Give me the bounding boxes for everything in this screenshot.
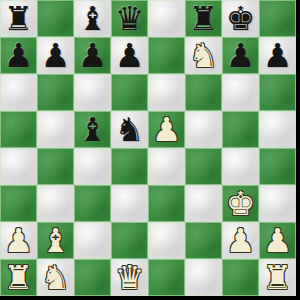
square-a4[interactable] [0, 148, 37, 185]
piece-black-pawn[interactable]: ♟ [78, 37, 108, 74]
square-b1[interactable]: ♞ [37, 259, 74, 296]
square-e5[interactable]: ♟ [148, 111, 185, 148]
piece-white-knight[interactable]: ♞ [41, 259, 71, 296]
piece-white-bishop[interactable]: ♝ [41, 222, 71, 259]
square-a6[interactable] [0, 74, 37, 111]
square-b8[interactable] [37, 0, 74, 37]
piece-black-pawn[interactable]: ♟ [115, 37, 145, 74]
piece-white-pawn[interactable]: ♟ [226, 222, 256, 259]
square-a2[interactable]: ♟ [0, 222, 37, 259]
square-h1[interactable]: ♜ [259, 259, 296, 296]
square-d5[interactable]: ♞ [111, 111, 148, 148]
piece-white-pawn[interactable]: ♟ [4, 222, 34, 259]
square-f1[interactable] [185, 259, 222, 296]
piece-black-pawn[interactable]: ♟ [4, 37, 34, 74]
piece-black-bishop[interactable]: ♝ [78, 0, 108, 37]
piece-white-knight[interactable]: ♞ [189, 37, 219, 74]
square-h8[interactable] [259, 0, 296, 37]
square-b6[interactable] [37, 74, 74, 111]
piece-white-king[interactable]: ♚ [226, 185, 256, 222]
square-d7[interactable]: ♟ [111, 37, 148, 74]
square-a8[interactable]: ♜ [0, 0, 37, 37]
square-f2[interactable] [185, 222, 222, 259]
square-h2[interactable]: ♟ [259, 222, 296, 259]
square-g3[interactable]: ♚ [222, 185, 259, 222]
square-e2[interactable] [148, 222, 185, 259]
square-d8[interactable]: ♛ [111, 0, 148, 37]
square-c6[interactable] [74, 74, 111, 111]
square-e8[interactable] [148, 0, 185, 37]
piece-white-rook[interactable]: ♜ [4, 259, 34, 296]
square-f4[interactable] [185, 148, 222, 185]
square-h3[interactable] [259, 185, 296, 222]
piece-black-pawn[interactable]: ♟ [41, 37, 71, 74]
piece-white-rook[interactable]: ♜ [263, 259, 293, 296]
square-e7[interactable] [148, 37, 185, 74]
square-g8[interactable]: ♚ [222, 0, 259, 37]
square-f6[interactable] [185, 74, 222, 111]
chess-board: ♜♝♛♜♚♟♟♟♟♞♟♟♝♞♟♚♟♝♟♟♜♞♛♜ [0, 0, 300, 300]
square-g4[interactable] [222, 148, 259, 185]
square-a1[interactable]: ♜ [0, 259, 37, 296]
square-d2[interactable] [111, 222, 148, 259]
square-e4[interactable] [148, 148, 185, 185]
square-f3[interactable] [185, 185, 222, 222]
square-c5[interactable]: ♝ [74, 111, 111, 148]
square-b4[interactable] [37, 148, 74, 185]
square-a5[interactable] [0, 111, 37, 148]
square-b3[interactable] [37, 185, 74, 222]
square-f8[interactable]: ♜ [185, 0, 222, 37]
square-g7[interactable]: ♟ [222, 37, 259, 74]
piece-black-king[interactable]: ♚ [226, 0, 256, 37]
square-b2[interactable]: ♝ [37, 222, 74, 259]
piece-white-queen[interactable]: ♛ [115, 259, 145, 296]
piece-white-pawn[interactable]: ♟ [263, 222, 293, 259]
square-d1[interactable]: ♛ [111, 259, 148, 296]
square-g5[interactable] [222, 111, 259, 148]
square-a7[interactable]: ♟ [0, 37, 37, 74]
square-c2[interactable] [74, 222, 111, 259]
square-c1[interactable] [74, 259, 111, 296]
square-e1[interactable] [148, 259, 185, 296]
square-d4[interactable] [111, 148, 148, 185]
piece-black-rook[interactable]: ♜ [4, 0, 34, 37]
square-e6[interactable] [148, 74, 185, 111]
piece-black-knight[interactable]: ♞ [115, 111, 145, 148]
square-h5[interactable] [259, 111, 296, 148]
piece-white-pawn[interactable]: ♟ [152, 111, 182, 148]
square-c8[interactable]: ♝ [74, 0, 111, 37]
square-g1[interactable] [222, 259, 259, 296]
piece-black-pawn[interactable]: ♟ [263, 37, 293, 74]
square-d3[interactable] [111, 185, 148, 222]
square-c7[interactable]: ♟ [74, 37, 111, 74]
square-f7[interactable]: ♞ [185, 37, 222, 74]
square-c3[interactable] [74, 185, 111, 222]
square-a3[interactable] [0, 185, 37, 222]
square-e3[interactable] [148, 185, 185, 222]
square-h4[interactable] [259, 148, 296, 185]
square-c4[interactable] [74, 148, 111, 185]
piece-black-pawn[interactable]: ♟ [226, 37, 256, 74]
piece-black-rook[interactable]: ♜ [189, 0, 219, 37]
square-h7[interactable]: ♟ [259, 37, 296, 74]
square-b5[interactable] [37, 111, 74, 148]
square-g6[interactable] [222, 74, 259, 111]
square-d6[interactable] [111, 74, 148, 111]
square-h6[interactable] [259, 74, 296, 111]
square-b7[interactable]: ♟ [37, 37, 74, 74]
piece-black-bishop[interactable]: ♝ [78, 111, 108, 148]
piece-black-queen[interactable]: ♛ [115, 0, 145, 37]
square-f5[interactable] [185, 111, 222, 148]
square-g2[interactable]: ♟ [222, 222, 259, 259]
